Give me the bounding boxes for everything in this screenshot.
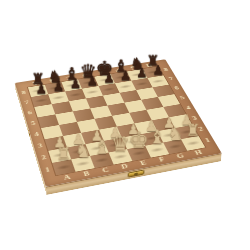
chess-board: ABCDEFGH ABCDEFGH 87654321 87654321 ♜♞♝♛… <box>15 59 222 186</box>
piece-white-rook[interactable]: ♜ <box>51 139 77 167</box>
brass-clasp-icon[interactable] <box>128 170 145 178</box>
piece-black-pawn[interactable]: ♟ <box>30 75 53 100</box>
product-photo: ABCDEFGH ABCDEFGH 87654321 87654321 ♜♞♝♛… <box>0 0 250 250</box>
